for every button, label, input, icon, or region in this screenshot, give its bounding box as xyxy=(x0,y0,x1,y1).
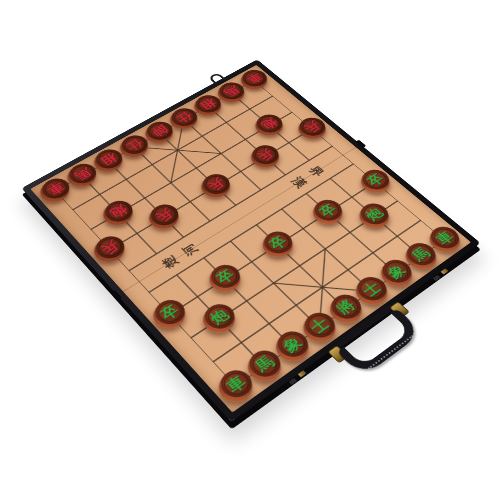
piece-face: 炮 xyxy=(100,197,138,226)
piece-character: 車 xyxy=(45,180,66,196)
piece-red-soldier[interactable]: 兵 xyxy=(245,143,285,172)
piece-green-soldier[interactable]: 卒 xyxy=(203,262,247,297)
piece-character: 仕 xyxy=(124,137,145,152)
piece-character: 相 xyxy=(198,97,218,111)
piece-character: 炮 xyxy=(363,205,385,222)
piece-green-soldier[interactable]: 卒 xyxy=(147,297,192,334)
piece-red-soldier[interactable]: 兵 xyxy=(143,202,184,234)
piece-character: 卒 xyxy=(214,267,237,285)
piece-character: 相 xyxy=(98,151,119,166)
piece-character: 炮 xyxy=(259,116,279,130)
piece-face: 兵 xyxy=(247,142,283,168)
piece-character: 士 xyxy=(360,279,383,298)
piece-red-soldier[interactable]: 兵 xyxy=(196,171,236,201)
pieces-layer: 車馬相仕帥仕相馬車炮炮兵兵兵兵兵卒卒卒卒卒炮炮車馬象士將士象馬車 xyxy=(30,65,471,413)
piece-face: 卒 xyxy=(309,196,347,225)
piece-character: 卒 xyxy=(266,234,288,252)
piece-character: 仕 xyxy=(174,110,194,124)
piece-character: 車 xyxy=(223,373,248,395)
piece-character: 兵 xyxy=(255,147,276,162)
piece-character: 帥 xyxy=(149,123,169,138)
piece-red-soldier[interactable]: 兵 xyxy=(293,115,332,143)
piece-face: 卒 xyxy=(357,166,394,194)
piece-red-cannon[interactable]: 炮 xyxy=(98,198,139,230)
piece-green-soldier[interactable]: 卒 xyxy=(307,197,349,229)
piece-face: 兵 xyxy=(294,114,330,139)
piece-character: 兵 xyxy=(205,176,226,192)
piece-red-soldier[interactable]: 兵 xyxy=(88,233,130,267)
product-photo: 楚 河 漢 界 車馬相仕帥仕相馬車炮炮兵兵兵兵兵卒卒卒卒卒炮炮車馬象士將士象馬車 xyxy=(0,0,500,500)
piece-character: 馬 xyxy=(221,84,241,98)
piece-character: 車 xyxy=(433,229,456,246)
piece-face: 炮 xyxy=(251,111,286,136)
piece-character: 將 xyxy=(334,297,358,316)
piece-character: 兵 xyxy=(99,238,121,256)
fold-hinge-right xyxy=(355,140,366,148)
piece-face: 炮 xyxy=(199,299,240,333)
piece-character: 象 xyxy=(385,262,408,280)
piece-character: 炮 xyxy=(108,203,130,220)
piece-green-soldier[interactable]: 卒 xyxy=(256,229,299,262)
xiangqi-board-case: 楚 河 漢 界 車馬相仕帥仕相馬車炮炮兵兵兵兵兵卒卒卒卒卒炮炮車馬象士將士象馬車 xyxy=(21,59,480,422)
piece-character: 馬 xyxy=(72,166,93,182)
board-surface: 楚 河 漢 界 車馬相仕帥仕相馬車炮炮兵兵兵兵兵卒卒卒卒卒炮炮車馬象士將士象馬車 xyxy=(30,65,471,413)
piece-character: 象 xyxy=(280,334,304,354)
piece-character: 卒 xyxy=(364,172,385,188)
piece-face: 炮 xyxy=(355,199,393,228)
piece-face: 兵 xyxy=(90,232,129,263)
piece-green-cannon[interactable]: 炮 xyxy=(353,201,395,233)
piece-character: 兵 xyxy=(153,206,175,223)
piece-red-cannon[interactable]: 炮 xyxy=(250,112,289,139)
piece-character: 兵 xyxy=(302,119,322,133)
piece-character: 馬 xyxy=(252,353,277,374)
piece-character: 卒 xyxy=(158,302,181,321)
edge-screw xyxy=(441,268,449,274)
piece-character: 士 xyxy=(307,315,331,335)
piece-green-cannon[interactable]: 炮 xyxy=(197,301,242,338)
piece-character: 馬 xyxy=(409,245,432,263)
edge-screw xyxy=(298,370,307,377)
piece-face: 卒 xyxy=(258,227,297,257)
piece-character: 炮 xyxy=(207,307,231,327)
piece-character: 卒 xyxy=(317,202,339,219)
piece-green-soldier[interactable]: 卒 xyxy=(355,167,396,197)
piece-character: 車 xyxy=(244,71,264,84)
piece-face: 兵 xyxy=(197,170,234,198)
piece-face: 兵 xyxy=(145,200,183,229)
fold-hinge-left xyxy=(111,290,122,300)
piece-face: 卒 xyxy=(149,295,190,329)
piece-face: 卒 xyxy=(205,260,245,292)
